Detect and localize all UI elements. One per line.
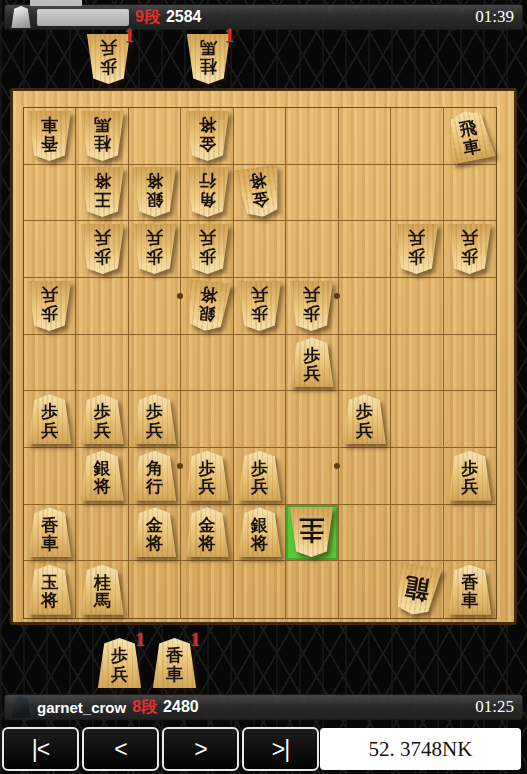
- square-52[interactable]: 金将: [234, 165, 286, 222]
- bottom-hand-piece-pawn[interactable]: 歩兵1: [97, 638, 142, 688]
- piece-knight-sente: 桂馬: [80, 565, 125, 615]
- square-34[interactable]: [339, 278, 391, 335]
- square-32[interactable]: [339, 165, 391, 222]
- piece-lance-sente: 香車: [447, 565, 492, 615]
- piece-gold-gote: 金将: [185, 111, 230, 161]
- square-87[interactable]: 銀将: [76, 448, 128, 505]
- square-44[interactable]: 歩兵: [286, 278, 338, 335]
- square-41[interactable]: [286, 108, 338, 165]
- piece-silver-gote: 銀将: [132, 167, 177, 217]
- square-31[interactable]: [339, 108, 391, 165]
- hand-piece-count: 1: [125, 25, 135, 47]
- square-75[interactable]: [129, 335, 181, 392]
- piece-lance-sente: 香車: [27, 507, 72, 557]
- square-51[interactable]: [234, 108, 286, 165]
- bottom-player-bar: garnet_crow 8段 2480 01:25: [4, 694, 523, 720]
- square-62[interactable]: 角行: [181, 165, 233, 222]
- square-94[interactable]: 歩兵: [24, 278, 76, 335]
- square-48[interactable]: 圭: [286, 505, 338, 562]
- piece-pawn-sente: 歩兵: [342, 394, 387, 444]
- square-81[interactable]: 桂馬: [76, 108, 128, 165]
- piece-gold-sente: 金将: [132, 507, 177, 557]
- square-68[interactable]: 金将: [181, 505, 233, 562]
- square-71[interactable]: [129, 108, 181, 165]
- hand-piece-count: 1: [191, 629, 201, 651]
- square-88[interactable]: [76, 505, 128, 562]
- square-79[interactable]: [129, 561, 181, 618]
- square-13[interactable]: 歩兵: [444, 221, 496, 278]
- piece-pawn-sente: 歩兵: [237, 451, 282, 501]
- top-player-rating: 2584: [166, 8, 202, 26]
- square-54[interactable]: 歩兵: [234, 278, 286, 335]
- square-84[interactable]: [76, 278, 128, 335]
- piece-pawn-gote: 歩兵: [27, 281, 72, 331]
- square-39[interactable]: [339, 561, 391, 618]
- top-player-avatar-piece-icon: [11, 6, 31, 28]
- piece-pawn-sente: 歩兵: [27, 394, 72, 444]
- star-point: [334, 463, 340, 469]
- piece-silver-gote: 銀将: [185, 281, 230, 331]
- square-96[interactable]: 歩兵: [24, 391, 76, 448]
- square-97[interactable]: [24, 448, 76, 505]
- square-28[interactable]: [391, 505, 443, 562]
- hand-piece-count: 1: [225, 25, 235, 47]
- top-player-name-redacted: [37, 9, 129, 26]
- piece-pawn-sente: 歩兵: [447, 451, 492, 501]
- nav-first-button[interactable]: |<: [2, 727, 79, 771]
- square-72[interactable]: 銀将: [129, 165, 181, 222]
- piece-bishop-sente: 角行: [132, 451, 177, 501]
- square-21[interactable]: [391, 108, 443, 165]
- square-56[interactable]: [234, 391, 286, 448]
- nav-prev-button[interactable]: <: [82, 727, 159, 771]
- square-33[interactable]: [339, 221, 391, 278]
- square-61[interactable]: 金将: [181, 108, 233, 165]
- piece-promoted-knight-gote: 圭: [289, 507, 334, 557]
- square-58[interactable]: 銀将: [234, 505, 286, 562]
- move-indicator: 52. 3748NK: [320, 728, 521, 770]
- board-grid: 香車桂馬金将飛車王将銀将角行金将歩兵歩兵歩兵歩兵歩兵歩兵銀将歩兵歩兵歩兵歩兵歩兵…: [23, 107, 497, 619]
- square-78[interactable]: 金将: [129, 505, 181, 562]
- star-point: [177, 463, 183, 469]
- square-49[interactable]: [286, 561, 338, 618]
- square-92[interactable]: [24, 165, 76, 222]
- square-15[interactable]: [444, 335, 496, 392]
- square-59[interactable]: [234, 561, 286, 618]
- square-83[interactable]: 歩兵: [76, 221, 128, 278]
- square-45[interactable]: 歩兵: [286, 335, 338, 392]
- bottom-player-rating: 2480: [163, 698, 199, 716]
- square-26[interactable]: [391, 391, 443, 448]
- square-25[interactable]: [391, 335, 443, 392]
- piece-pawn-sente: 歩兵: [80, 394, 125, 444]
- piece-lance-gote: 香車: [27, 111, 72, 161]
- square-14[interactable]: [444, 278, 496, 335]
- square-17[interactable]: 歩兵: [444, 448, 496, 505]
- top-player-rank: 9段: [135, 7, 160, 28]
- square-93[interactable]: [24, 221, 76, 278]
- piece-rook-sente: 飛車: [447, 111, 492, 161]
- piece-pawn-gote: 歩兵: [185, 224, 230, 274]
- nav-next-button[interactable]: >: [162, 727, 239, 771]
- top-player-clock: 01:39: [475, 7, 514, 27]
- square-82[interactable]: 王将: [76, 165, 128, 222]
- square-89[interactable]: 桂馬: [76, 561, 128, 618]
- square-86[interactable]: 歩兵: [76, 391, 128, 448]
- square-27[interactable]: [391, 448, 443, 505]
- square-55[interactable]: [234, 335, 286, 392]
- piece-gold-gote: 金将: [237, 167, 282, 217]
- bottom-player-rank: 8段: [132, 697, 157, 718]
- square-43[interactable]: [286, 221, 338, 278]
- hand-piece-count: 1: [136, 629, 146, 651]
- piece-pawn-gote: 歩兵: [132, 224, 177, 274]
- top-hand-piece-knight[interactable]: 桂馬1: [186, 34, 231, 84]
- piece-pawn-sente: 歩兵: [132, 394, 177, 444]
- square-99[interactable]: 玉将: [24, 561, 76, 618]
- square-42[interactable]: [286, 165, 338, 222]
- piece-silver-sente: 銀将: [80, 451, 125, 501]
- bottom-player-name: garnet_crow: [37, 699, 126, 716]
- square-29[interactable]: 龍: [391, 561, 443, 618]
- redaction-artifact: [30, 0, 82, 6]
- square-11[interactable]: 飛車: [444, 108, 496, 165]
- square-65[interactable]: [181, 335, 233, 392]
- piece-pawn-gote: 歩兵: [447, 224, 492, 274]
- square-91[interactable]: 香車: [24, 108, 76, 165]
- piece-pawn-gote: 歩兵: [394, 224, 439, 274]
- square-74[interactable]: [129, 278, 181, 335]
- square-73[interactable]: 歩兵: [129, 221, 181, 278]
- top-player-bar: 9段 2584 01:39: [4, 4, 523, 30]
- top-hand-piece-pawn[interactable]: 歩兵1: [86, 34, 131, 84]
- piece-silver-sente: 銀将: [237, 507, 282, 557]
- piece-king-gote: 王将: [80, 167, 125, 217]
- star-point: [177, 293, 183, 299]
- square-76[interactable]: 歩兵: [129, 391, 181, 448]
- square-23[interactable]: 歩兵: [391, 221, 443, 278]
- square-36[interactable]: 歩兵: [339, 391, 391, 448]
- piece-pawn-sente: 歩兵: [289, 337, 334, 387]
- square-63[interactable]: 歩兵: [181, 221, 233, 278]
- bottom-player-avatar-piece-icon: [11, 696, 31, 718]
- shogi-board: 香車桂馬金将飛車王将銀将角行金将歩兵歩兵歩兵歩兵歩兵歩兵銀将歩兵歩兵歩兵歩兵歩兵…: [10, 88, 517, 625]
- bottom-hand-piece-lance[interactable]: 香車1: [152, 638, 197, 688]
- piece-pawn-gote: 歩兵: [237, 281, 282, 331]
- square-47[interactable]: [286, 448, 338, 505]
- piece-dragon-gote: 龍: [394, 565, 439, 615]
- square-77[interactable]: 角行: [129, 448, 181, 505]
- square-37[interactable]: [339, 448, 391, 505]
- square-24[interactable]: [391, 278, 443, 335]
- piece-knight-gote: 桂馬: [80, 111, 125, 161]
- square-35[interactable]: [339, 335, 391, 392]
- piece-pawn-gote: 歩兵: [80, 224, 125, 274]
- square-16[interactable]: [444, 391, 496, 448]
- square-66[interactable]: [181, 391, 233, 448]
- square-98[interactable]: 香車: [24, 505, 76, 562]
- piece-bishop-gote: 角行: [185, 167, 230, 217]
- square-22[interactable]: [391, 165, 443, 222]
- square-67[interactable]: 歩兵: [181, 448, 233, 505]
- star-point: [334, 293, 340, 299]
- piece-king-sente: 玉将: [27, 565, 72, 615]
- square-69[interactable]: [181, 561, 233, 618]
- square-19[interactable]: 香車: [444, 561, 496, 618]
- square-64[interactable]: 銀将: [181, 278, 233, 335]
- square-95[interactable]: [24, 335, 76, 392]
- square-57[interactable]: 歩兵: [234, 448, 286, 505]
- square-85[interactable]: [76, 335, 128, 392]
- square-18[interactable]: [444, 505, 496, 562]
- square-53[interactable]: [234, 221, 286, 278]
- piece-gold-sente: 金将: [185, 507, 230, 557]
- piece-pawn-gote: 歩兵: [289, 281, 334, 331]
- square-38[interactable]: [339, 505, 391, 562]
- square-46[interactable]: [286, 391, 338, 448]
- shogi-app: 9段 2584 01:39 香車桂馬金将飛車王将銀将角行金将歩兵歩兵歩兵歩兵歩兵…: [0, 0, 527, 774]
- nav-last-button[interactable]: >|: [242, 727, 319, 771]
- square-12[interactable]: [444, 165, 496, 222]
- bottom-player-clock: 01:25: [475, 697, 514, 717]
- piece-pawn-sente: 歩兵: [185, 451, 230, 501]
